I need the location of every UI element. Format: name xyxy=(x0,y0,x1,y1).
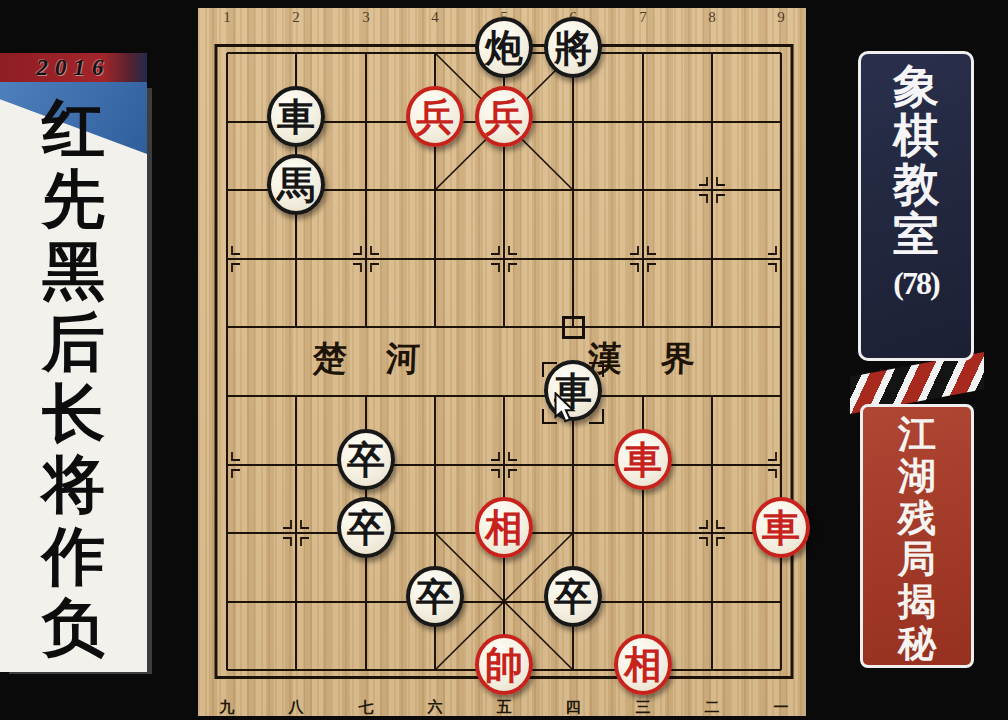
banner-bottom-char: 江 xyxy=(898,414,936,456)
file-label-bottom-三: 三 xyxy=(628,698,658,717)
video-frame: 2016 红先黑后长将作负 123456789九八七六五四三二一楚河漢界炮將車兵… xyxy=(0,0,1008,720)
piece-black-卒-f3r8[interactable]: 卒 xyxy=(337,497,395,558)
banner-top-char: 象 xyxy=(893,62,939,111)
channel-banner-bottom: 江湖残局揭秘 xyxy=(860,404,974,668)
file-label-bottom-五: 五 xyxy=(489,698,519,717)
piece-black-炮-f5r1[interactable]: 炮 xyxy=(475,17,533,78)
banner-bottom-char: 秘 xyxy=(898,623,936,665)
piece-black-卒-f4r9-label: 卒 xyxy=(416,578,454,616)
file-label-top-4: 4 xyxy=(420,9,450,26)
piece-black-炮-f5r1-label: 炮 xyxy=(485,29,523,67)
file-label-top-2: 2 xyxy=(281,9,311,26)
banner-bottom-char: 湖 xyxy=(898,456,936,498)
file-label-bottom-七: 七 xyxy=(351,698,381,717)
piece-black-卒-f3r7-label: 卒 xyxy=(347,441,385,479)
piece-red-相-f5r8-label: 相 xyxy=(485,509,523,547)
file-label-bottom-六: 六 xyxy=(420,698,450,717)
piece-black-卒-f3r8-label: 卒 xyxy=(347,509,385,547)
last-move-origin-marker xyxy=(562,316,585,339)
banner-top-char: 棋 xyxy=(893,111,939,160)
piece-black-將-f6r1[interactable]: 將 xyxy=(544,17,602,78)
river-char-河: 河 xyxy=(380,339,425,379)
episode-number: (78) xyxy=(893,265,938,302)
piece-red-車-f7r7-label: 車 xyxy=(624,441,662,479)
piece-red-車-f7r7[interactable]: 車 xyxy=(614,429,672,490)
piece-red-車-f9r8-label: 車 xyxy=(762,509,800,547)
channel-banner-top: 象棋教室(78) xyxy=(858,51,974,361)
piece-red-帥-f5r10[interactable]: 帥 xyxy=(475,634,533,695)
file-label-top-8: 8 xyxy=(697,9,727,26)
piece-black-馬-f2r3[interactable]: 馬 xyxy=(267,154,325,215)
mouse-cursor xyxy=(554,392,580,429)
file-label-bottom-九: 九 xyxy=(212,698,242,717)
xiangqi-board[interactable]: 123456789九八七六五四三二一楚河漢界炮將車兵兵馬車卒車卒相車卒卒帥相 xyxy=(198,8,806,716)
piece-black-車-f2r2[interactable]: 車 xyxy=(267,86,325,147)
file-label-bottom-二: 二 xyxy=(697,698,727,717)
river-char-界: 界 xyxy=(655,339,700,379)
river-char-楚: 楚 xyxy=(307,339,352,379)
file-label-bottom-四: 四 xyxy=(558,698,588,717)
piece-red-相-f5r8[interactable]: 相 xyxy=(475,497,533,558)
piece-red-帥-f5r10-label: 帥 xyxy=(485,646,523,684)
piece-black-卒-f3r7[interactable]: 卒 xyxy=(337,429,395,490)
piece-red-兵-f5r2-label: 兵 xyxy=(485,98,523,136)
piece-red-相-f7r10[interactable]: 相 xyxy=(614,634,672,695)
piece-red-車-f9r8[interactable]: 車 xyxy=(752,497,810,558)
file-label-top-3: 3 xyxy=(351,9,381,26)
piece-black-卒-f6r9[interactable]: 卒 xyxy=(544,566,602,627)
file-label-top-7: 7 xyxy=(628,9,658,26)
piece-black-馬-f2r3-label: 馬 xyxy=(277,166,315,204)
file-label-top-1: 1 xyxy=(212,9,242,26)
piece-red-兵-f4r2[interactable]: 兵 xyxy=(406,86,464,147)
piece-red-兵-f4r2-label: 兵 xyxy=(416,98,454,136)
file-label-top-9: 9 xyxy=(766,9,796,26)
banner-top-char: 室 xyxy=(893,210,939,259)
piece-red-相-f7r10-label: 相 xyxy=(624,646,662,684)
piece-black-卒-f6r9-label: 卒 xyxy=(554,578,592,616)
piece-black-卒-f4r9[interactable]: 卒 xyxy=(406,566,464,627)
piece-black-將-f6r1-label: 將 xyxy=(554,29,592,67)
banner-bottom-char: 残 xyxy=(898,498,936,540)
banner-bottom-char: 揭 xyxy=(898,581,936,623)
piece-red-兵-f5r2[interactable]: 兵 xyxy=(475,86,533,147)
file-label-bottom-八: 八 xyxy=(281,698,311,717)
banner-bottom-char: 局 xyxy=(898,539,936,581)
banner-top-char: 教 xyxy=(893,160,939,209)
piece-black-車-f2r2-label: 車 xyxy=(277,98,315,136)
file-label-bottom-一: 一 xyxy=(766,698,796,717)
